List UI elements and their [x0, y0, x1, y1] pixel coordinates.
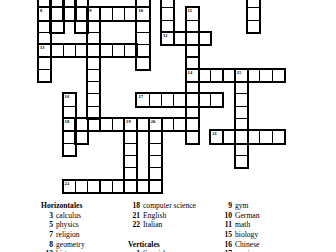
grid-cell[interactable]	[112, 44, 125, 57]
clue-item: 10German	[220, 212, 259, 220]
grid-cell[interactable]	[173, 32, 186, 45]
grid-cell[interactable]	[186, 57, 199, 70]
grid-cell[interactable]	[161, 118, 174, 131]
grid-cell[interactable]	[235, 130, 248, 143]
grid-cell[interactable]	[124, 130, 137, 143]
grid-cell[interactable]	[38, 57, 51, 70]
grid-cell[interactable]	[87, 69, 100, 82]
grid-cell[interactable]	[87, 32, 100, 45]
grid-cell[interactable]	[124, 44, 137, 57]
clue-number: 9	[220, 202, 232, 210]
clue-section-header-text: Horizontales	[41, 201, 82, 210]
clue-item: 21English	[128, 212, 166, 220]
clue-item: 22Italian	[128, 221, 162, 229]
clue-item: 18computer science	[128, 202, 196, 210]
grid-cell[interactable]	[235, 118, 248, 131]
clue-text: biology	[235, 230, 258, 239]
clue-text: English	[143, 211, 166, 220]
grid-cell[interactable]	[63, 106, 76, 119]
clue-number: 7	[41, 231, 53, 239]
clue-text: calculus	[56, 211, 81, 220]
grid-cell[interactable]	[186, 118, 199, 131]
grid-cell[interactable]	[247, 69, 260, 82]
grid-cell[interactable]	[136, 180, 149, 193]
grid-cell[interactable]	[38, 44, 51, 57]
grid-cell[interactable]	[173, 118, 186, 131]
grid-cell[interactable]	[75, 118, 88, 131]
crossword-worksheet: 8910111213141516171819202122 Horizontale…	[0, 0, 336, 252]
grid-cell[interactable]	[149, 93, 162, 106]
clue-number: 8	[41, 241, 53, 249]
grid-cell[interactable]	[87, 44, 100, 57]
clue-text: geometry	[56, 240, 85, 249]
grid-cell[interactable]	[247, 130, 260, 143]
grid-cell[interactable]	[100, 180, 113, 193]
grid-cell[interactable]	[210, 93, 223, 106]
grid-cell[interactable]	[38, 32, 51, 45]
grid-cell[interactable]	[235, 81, 248, 94]
grid-cell[interactable]	[161, 20, 174, 33]
grid-cell[interactable]	[259, 130, 272, 143]
grid-cell[interactable]	[75, 20, 88, 33]
clue-number: 11	[220, 221, 232, 229]
grid-cell[interactable]	[235, 69, 248, 82]
grid-cell[interactable]	[38, 7, 51, 20]
grid-cell[interactable]	[100, 7, 113, 20]
grid-cell[interactable]	[149, 155, 162, 168]
grid-cell[interactable]	[63, 7, 76, 20]
clue-text: physics	[56, 220, 79, 229]
grid-cell[interactable]	[186, 69, 199, 82]
grid-cell[interactable]	[161, 93, 174, 106]
grid-cell[interactable]	[87, 7, 100, 20]
grid-cell[interactable]	[161, 7, 174, 20]
clue-item: 9gym	[220, 202, 249, 210]
grid-cell[interactable]	[198, 32, 211, 45]
grid-cell[interactable]	[38, 20, 51, 33]
grid-cell[interactable]	[235, 143, 248, 156]
grid-cell[interactable]	[198, 93, 211, 106]
grid-cell[interactable]	[63, 180, 76, 193]
grid-cell[interactable]	[87, 93, 100, 106]
grid-cell[interactable]	[112, 180, 125, 193]
clue-item: 16Chinese	[220, 241, 259, 249]
grid-cell[interactable]	[63, 118, 76, 131]
clue-number: 22	[128, 221, 140, 229]
grid-cell[interactable]	[75, 130, 88, 143]
grid-cell[interactable]	[87, 20, 100, 33]
grid-cell[interactable]	[124, 7, 137, 20]
grid-cell[interactable]	[186, 32, 199, 45]
grid-cell[interactable]	[87, 118, 100, 131]
clue-text: German	[235, 211, 259, 220]
clue-text: Chinese	[235, 240, 259, 249]
grid-cell[interactable]	[149, 167, 162, 180]
clue-text: math	[235, 220, 250, 229]
clue-section-header: Horizontales	[41, 202, 82, 210]
grid-cell[interactable]	[186, 93, 199, 106]
grid-cell[interactable]	[198, 69, 211, 82]
grid-cell[interactable]	[186, 7, 199, 20]
grid-cell[interactable]	[38, 69, 51, 82]
grid-cell[interactable]	[186, 44, 199, 57]
grid-cell[interactable]	[124, 118, 137, 131]
grid-cell[interactable]	[124, 155, 137, 168]
grid-cell[interactable]	[112, 7, 125, 20]
grid-cell[interactable]	[63, 93, 76, 106]
grid-cell[interactable]	[63, 130, 76, 143]
clue-item: 11math	[220, 221, 250, 229]
grid-cell[interactable]	[87, 180, 100, 193]
grid-cell[interactable]	[186, 130, 199, 143]
clue-text: Italian	[143, 220, 162, 229]
grid-cell[interactable]	[50, 7, 63, 20]
grid-cell[interactable]	[63, 44, 76, 57]
grid-cell[interactable]	[149, 180, 162, 193]
grid-cell[interactable]	[161, 32, 174, 45]
grid-cell[interactable]	[75, 7, 88, 20]
grid-cell[interactable]	[100, 44, 113, 57]
grid-cell[interactable]	[100, 118, 113, 131]
clue-text: religion	[56, 230, 80, 239]
grid-cell[interactable]	[259, 69, 272, 82]
grid-cell[interactable]	[112, 118, 125, 131]
clue-number: 15	[220, 231, 232, 239]
grid-cell[interactable]	[186, 81, 199, 94]
clue-item: 3calculus	[41, 212, 81, 220]
clue-text: computer science	[143, 201, 196, 210]
clue-number: 16	[220, 241, 232, 249]
grid-cell[interactable]	[124, 167, 137, 180]
grid-cell[interactable]	[235, 106, 248, 119]
grid-cell[interactable]	[149, 143, 162, 156]
grid-cell[interactable]	[149, 130, 162, 143]
grid-cell[interactable]	[75, 180, 88, 193]
grid-cell[interactable]	[87, 57, 100, 70]
grid-cell[interactable]	[173, 93, 186, 106]
grid-cell[interactable]	[136, 118, 149, 131]
clue-text: gym	[235, 201, 249, 210]
grid-cell[interactable]	[223, 130, 236, 143]
grid-cell[interactable]	[87, 81, 100, 94]
clue-number: 18	[128, 202, 140, 210]
clue-number: 10	[220, 212, 232, 220]
grid-cell[interactable]	[235, 155, 248, 168]
grid-cell[interactable]	[136, 93, 149, 106]
grid-cell[interactable]	[136, 57, 149, 70]
grid-cell[interactable]	[63, 143, 76, 156]
grid-cell[interactable]	[272, 130, 285, 143]
grid-cell[interactable]	[136, 20, 149, 33]
grid-cell[interactable]	[87, 106, 100, 119]
grid-cell[interactable]	[272, 69, 285, 82]
clue-item: 15biology	[220, 231, 258, 239]
grid-cell[interactable]	[149, 118, 162, 131]
clue-section-header-text: Verticales	[128, 240, 160, 249]
clue-section-header: Verticales	[128, 241, 160, 249]
grid-cell[interactable]	[50, 44, 63, 57]
clue-number: 3	[41, 212, 53, 220]
grid-cell[interactable]	[50, 20, 63, 33]
clue-number: 5	[41, 221, 53, 229]
grid-cell[interactable]	[186, 20, 199, 33]
grid-cell[interactable]	[247, 7, 260, 20]
grid-cell[interactable]	[210, 69, 223, 82]
grid-cell[interactable]	[136, 7, 149, 20]
grid-cell[interactable]	[136, 32, 149, 45]
grid-cell[interactable]	[235, 93, 248, 106]
grid-cell[interactable]	[124, 180, 137, 193]
grid-cell[interactable]	[75, 44, 88, 57]
grid-cell[interactable]	[223, 69, 236, 82]
clue-number: 21	[128, 212, 140, 220]
grid-cell[interactable]	[247, 20, 260, 33]
grid-cell[interactable]	[186, 106, 199, 119]
clue-item: 7religion	[41, 231, 80, 239]
grid-cell[interactable]	[210, 130, 223, 143]
clue-item: 5physics	[41, 221, 79, 229]
grid-cell[interactable]	[136, 44, 149, 57]
clue-item: 8geometry	[41, 241, 85, 249]
grid-cell[interactable]	[124, 143, 137, 156]
